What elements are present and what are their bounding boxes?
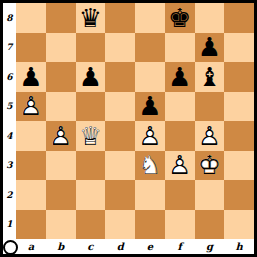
white-pawn[interactable]: ♟♙: [19, 93, 42, 119]
square-h5[interactable]: [224, 92, 254, 122]
black-bishop[interactable]: ♝: [198, 64, 221, 90]
square-e7[interactable]: [135, 33, 165, 63]
board[interactable]: ♛♚♟♟♟♟♝♟♙♟♟♙♛♕♟♙♟♙♞♘♟♙♚♔: [16, 3, 254, 239]
square-a8[interactable]: [16, 3, 46, 33]
square-g2[interactable]: [195, 180, 225, 210]
square-g3[interactable]: ♚♔: [195, 151, 225, 181]
square-h4[interactable]: [224, 121, 254, 151]
square-b6[interactable]: [46, 62, 76, 92]
white-pawn[interactable]: ♟♙: [198, 123, 221, 149]
square-a3[interactable]: [16, 151, 46, 181]
square-e5[interactable]: ♟: [135, 92, 165, 122]
white-to-move-indicator: [3, 240, 18, 255]
square-g1[interactable]: [195, 210, 225, 240]
chess-diagram: 87654321 ♛♚♟♟♟♟♝♟♙♟♟♙♛♕♟♙♟♙♞♘♟♙♚♔ abcdef…: [0, 0, 257, 257]
square-c1[interactable]: [76, 210, 106, 240]
square-a5[interactable]: ♟♙: [16, 92, 46, 122]
square-c7[interactable]: [76, 33, 106, 63]
rank-label-8: 8: [3, 3, 16, 33]
square-h1[interactable]: [224, 210, 254, 240]
square-d2[interactable]: [105, 180, 135, 210]
file-label-b: b: [46, 239, 76, 254]
square-f6[interactable]: ♟: [165, 62, 195, 92]
square-a6[interactable]: ♟: [16, 62, 46, 92]
square-a1[interactable]: [16, 210, 46, 240]
piece-outline: ♙: [19, 91, 42, 121]
square-b2[interactable]: [46, 180, 76, 210]
piece-outline: ♙: [138, 121, 161, 151]
square-f5[interactable]: [165, 92, 195, 122]
square-b3[interactable]: [46, 151, 76, 181]
rank-label-7: 7: [3, 33, 16, 63]
file-label-e: e: [135, 239, 165, 254]
square-b5[interactable]: [46, 92, 76, 122]
black-king[interactable]: ♚: [168, 5, 191, 31]
square-f3[interactable]: ♟♙: [165, 151, 195, 181]
square-c2[interactable]: [76, 180, 106, 210]
square-h6[interactable]: [224, 62, 254, 92]
black-queen[interactable]: ♛: [79, 5, 102, 31]
square-d4[interactable]: [105, 121, 135, 151]
file-label-c: c: [76, 239, 106, 254]
piece-outline: ♙: [168, 150, 191, 180]
black-pawn[interactable]: ♟: [79, 64, 102, 90]
square-h3[interactable]: [224, 151, 254, 181]
square-f4[interactable]: [165, 121, 195, 151]
white-pawn[interactable]: ♟♙: [49, 123, 72, 149]
square-b7[interactable]: [46, 33, 76, 63]
black-pawn[interactable]: ♟: [168, 64, 191, 90]
square-e4[interactable]: ♟♙: [135, 121, 165, 151]
rank-label-6: 6: [3, 62, 16, 92]
file-label-g: g: [195, 239, 225, 254]
square-g4[interactable]: ♟♙: [195, 121, 225, 151]
square-b4[interactable]: ♟♙: [46, 121, 76, 151]
square-d8[interactable]: [105, 3, 135, 33]
black-pawn[interactable]: ♟: [138, 93, 161, 119]
square-d7[interactable]: [105, 33, 135, 63]
file-label-d: d: [105, 239, 135, 254]
square-a7[interactable]: [16, 33, 46, 63]
piece-outline: ♙: [198, 121, 221, 151]
square-h2[interactable]: [224, 180, 254, 210]
square-g5[interactable]: [195, 92, 225, 122]
square-g6[interactable]: ♝: [195, 62, 225, 92]
rank-labels: 87654321: [3, 3, 16, 239]
square-d5[interactable]: [105, 92, 135, 122]
white-queen[interactable]: ♛♕: [79, 123, 102, 149]
file-label-f: f: [165, 239, 195, 254]
square-a4[interactable]: [16, 121, 46, 151]
square-d6[interactable]: [105, 62, 135, 92]
square-c6[interactable]: ♟: [76, 62, 106, 92]
white-pawn[interactable]: ♟♙: [168, 152, 191, 178]
file-labels: abcdefgh: [16, 239, 254, 254]
square-e6[interactable]: [135, 62, 165, 92]
square-d1[interactable]: [105, 210, 135, 240]
white-pawn[interactable]: ♟♙: [138, 123, 161, 149]
piece-outline: ♙: [49, 121, 72, 151]
square-c3[interactable]: [76, 151, 106, 181]
file-label-h: h: [224, 239, 254, 254]
piece-outline: ♔: [198, 150, 221, 180]
piece-outline: ♘: [138, 150, 161, 180]
square-h8[interactable]: [224, 3, 254, 33]
black-pawn[interactable]: ♟: [19, 64, 42, 90]
rank-label-4: 4: [3, 121, 16, 151]
rank-label-2: 2: [3, 180, 16, 210]
square-b8[interactable]: [46, 3, 76, 33]
square-e8[interactable]: [135, 3, 165, 33]
rank-label-5: 5: [3, 92, 16, 122]
square-c5[interactable]: [76, 92, 106, 122]
piece-outline: ♕: [79, 121, 102, 151]
file-label-a: a: [16, 239, 46, 254]
square-b1[interactable]: [46, 210, 76, 240]
square-c8[interactable]: ♛: [76, 3, 106, 33]
square-f2[interactable]: [165, 180, 195, 210]
square-e1[interactable]: [135, 210, 165, 240]
rank-label-1: 1: [3, 210, 16, 240]
rank-label-3: 3: [3, 151, 16, 181]
white-king[interactable]: ♚♔: [198, 152, 221, 178]
square-a2[interactable]: [16, 180, 46, 210]
square-c4[interactable]: ♛♕: [76, 121, 106, 151]
square-e2[interactable]: [135, 180, 165, 210]
black-pawn[interactable]: ♟: [198, 34, 221, 60]
square-h7[interactable]: [224, 33, 254, 63]
square-f7[interactable]: [165, 33, 195, 63]
square-g7[interactable]: ♟: [195, 33, 225, 63]
square-f1[interactable]: [165, 210, 195, 240]
square-f8[interactable]: ♚: [165, 3, 195, 33]
square-d3[interactable]: [105, 151, 135, 181]
square-g8[interactable]: [195, 3, 225, 33]
square-e3[interactable]: ♞♘: [135, 151, 165, 181]
white-knight[interactable]: ♞♘: [138, 152, 161, 178]
